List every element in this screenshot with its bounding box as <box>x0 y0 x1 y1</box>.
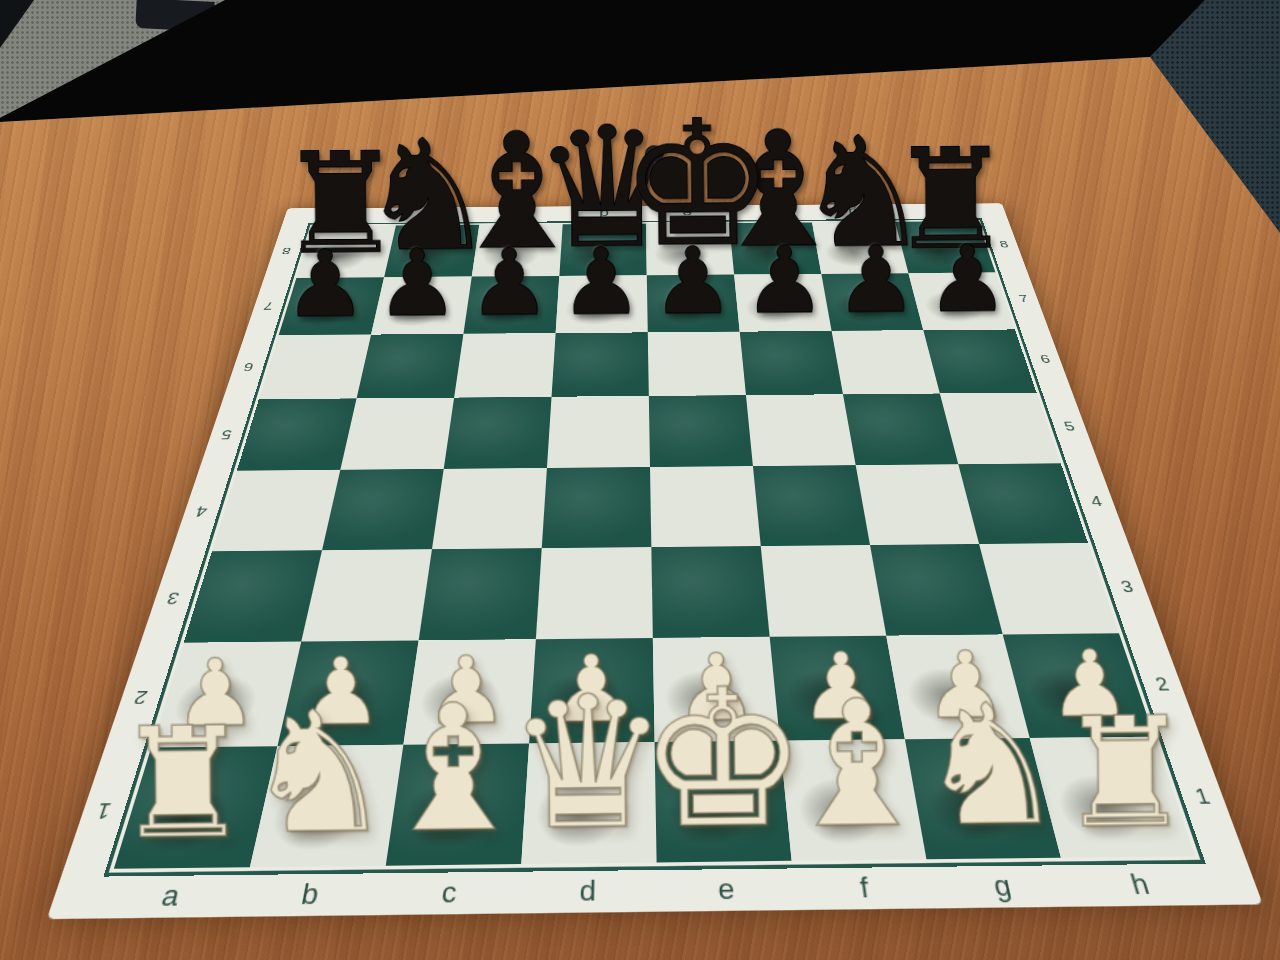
square-a3[interactable] <box>184 550 322 643</box>
square-h5[interactable] <box>940 393 1061 465</box>
black-pawn-h7[interactable]: ♟ <box>894 233 1041 326</box>
chess-board-mat: abcdefgh abcdefgh 12345678 12345678 ♜♞♝♛… <box>47 203 1263 919</box>
file-label-b: b <box>236 873 383 917</box>
square-d1[interactable]: ♛ <box>521 742 656 864</box>
square-e3[interactable] <box>651 546 769 638</box>
square-c6[interactable] <box>454 333 556 397</box>
file-label-g: g <box>930 865 1077 908</box>
square-b3[interactable] <box>301 549 432 641</box>
file-label-e: e <box>657 868 798 911</box>
square-f5[interactable] <box>746 394 856 466</box>
square-h1[interactable]: ♜ <box>1030 737 1196 858</box>
square-c5[interactable] <box>444 397 552 469</box>
square-d5[interactable] <box>547 396 650 468</box>
file-label-a: a <box>94 875 245 919</box>
square-h3[interactable] <box>979 543 1119 635</box>
square-e6[interactable] <box>648 332 746 396</box>
square-h4[interactable] <box>958 463 1088 544</box>
square-d6[interactable] <box>552 332 649 396</box>
square-b4[interactable] <box>322 469 444 550</box>
white-queen-d1[interactable]: ♛ <box>480 672 697 856</box>
square-a5[interactable] <box>237 398 357 470</box>
square-c3[interactable] <box>419 548 542 640</box>
square-b6[interactable] <box>357 334 464 399</box>
file-label-h: h <box>1066 864 1216 907</box>
file-label-d: d <box>517 870 657 913</box>
board-perspective-wrap: abcdefgh abcdefgh 12345678 12345678 ♜♞♝♛… <box>0 0 1280 960</box>
file-label-f: f <box>793 867 937 910</box>
square-g6[interactable] <box>832 330 940 394</box>
square-b5[interactable] <box>340 398 454 470</box>
square-f4[interactable] <box>753 465 870 546</box>
white-rook-a1[interactable]: ♜ <box>74 706 292 861</box>
white-rook-h1[interactable]: ♜ <box>1018 696 1233 849</box>
file-label-c: c <box>376 872 519 915</box>
square-g4[interactable] <box>856 464 979 545</box>
square-f3[interactable] <box>761 545 887 637</box>
square-h6[interactable] <box>923 329 1036 393</box>
photo-scene: abcdefgh abcdefgh 12345678 12345678 ♜♞♝♛… <box>0 0 1280 960</box>
square-c4[interactable] <box>432 468 547 549</box>
board-grid: ♜♞♝♛♚♝♞♜♟♟♟♟♟♟♟♟♟♟♟♟♟♟♟♟♜♞♝♛♚♝♞♜ <box>114 221 1195 869</box>
square-e4[interactable] <box>650 466 761 547</box>
square-d4[interactable] <box>542 467 652 548</box>
board-frame: ♜♞♝♛♚♝♞♜♟♟♟♟♟♟♟♟♟♟♟♟♟♟♟♟♜♞♝♛♚♝♞♜ <box>104 218 1206 876</box>
square-a1[interactable]: ♜ <box>114 746 278 869</box>
square-h7[interactable]: ♟ <box>908 273 1014 331</box>
square-d3[interactable] <box>536 547 653 639</box>
square-a4[interactable] <box>212 470 340 551</box>
square-a6[interactable] <box>259 335 371 400</box>
square-f6[interactable] <box>740 331 843 395</box>
square-g5[interactable] <box>843 393 958 465</box>
square-e5[interactable] <box>649 395 753 467</box>
